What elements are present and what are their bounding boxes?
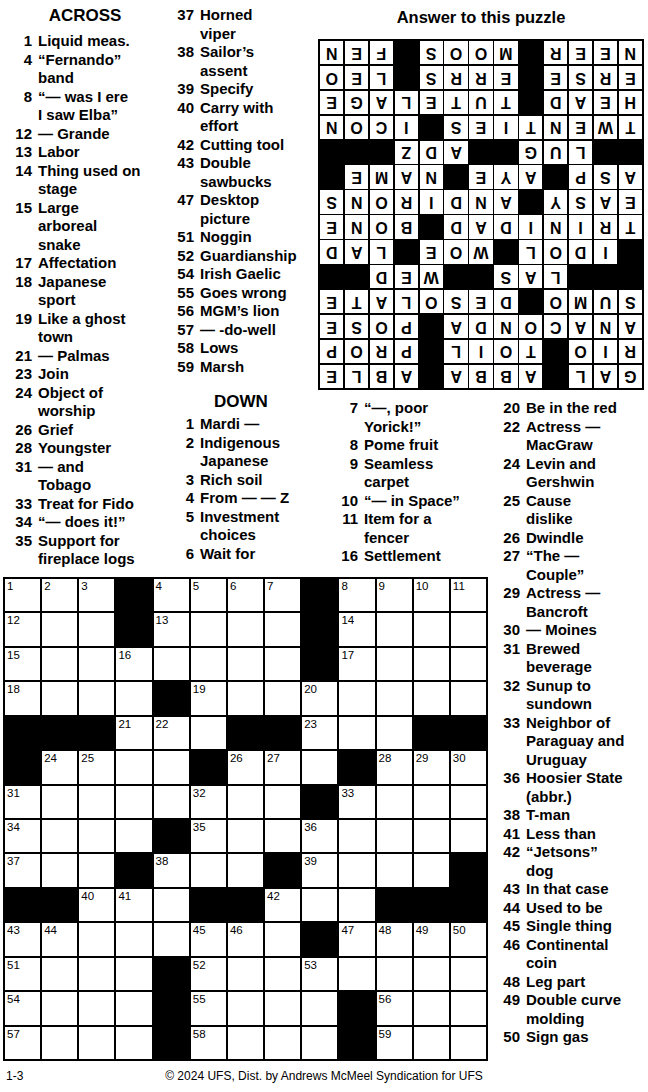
answer-letter: G <box>350 94 362 112</box>
answer-cell-r2c10: P <box>395 340 418 363</box>
grid-cell-r4c9[interactable]: 20 <box>302 682 337 714</box>
grid-cell-r11c5[interactable] <box>154 923 189 955</box>
grid-cell-r10c8[interactable]: 42 <box>265 889 300 921</box>
grid-cell-r6c3[interactable]: 25 <box>79 751 114 783</box>
grid-cell-r3c1[interactable]: 15 <box>5 648 40 680</box>
grid-cell-r2c11[interactable] <box>377 613 412 645</box>
grid-cell-r12c11[interactable] <box>377 958 412 990</box>
grid-cell-r14c8[interactable] <box>265 1027 300 1059</box>
grid-cell-r9c11[interactable] <box>377 854 412 886</box>
across-clue-55: 55Goes wrong <box>168 284 314 303</box>
answer-letter: A <box>625 168 637 186</box>
down-clue-10: 10“— in Space” <box>332 492 478 511</box>
grid-cell-r4c8[interactable] <box>265 682 300 714</box>
grid-cell-r12c9[interactable]: 53 <box>302 958 337 990</box>
grid-cell-r3c3[interactable] <box>79 648 114 680</box>
clue-text: Double curve molding <box>526 991 644 1028</box>
grid-cell-r9c10[interactable] <box>339 854 374 886</box>
grid-cell-r11c3[interactable] <box>79 923 114 955</box>
answer-letter: F <box>377 44 387 62</box>
block-r6c1 <box>5 751 40 783</box>
mixed-clue-column: 37Horned viper38Sailor’s assent39Specify… <box>168 6 314 563</box>
answer-cell-r13c9: S <box>420 66 443 89</box>
clue-number-label: 32 <box>193 786 206 800</box>
grid-cell-r10c9[interactable] <box>302 889 337 921</box>
clue-text: Join <box>38 365 164 384</box>
clue-text: — Moines <box>526 621 644 640</box>
answer-cell-r11c13: N <box>320 116 343 139</box>
answer-letter: I <box>479 342 483 360</box>
answer-letter: D <box>575 243 587 261</box>
grid-cell-r10c3[interactable]: 40 <box>79 889 114 921</box>
answer-cell-r8c12: N <box>345 190 368 213</box>
answer-letter: S <box>426 69 437 87</box>
clue-text: Settlement <box>364 547 478 566</box>
answer-cell-r2c7: I <box>469 340 492 363</box>
grid-cell-r9c6[interactable] <box>191 854 226 886</box>
grid-cell-r5c9[interactable]: 23 <box>302 717 337 749</box>
grid-cell-r14c4[interactable] <box>116 1027 151 1059</box>
clue-text: Seamless carpet <box>364 455 478 492</box>
grid-cell-r3c8[interactable] <box>265 648 300 680</box>
grid-cell-r3c6[interactable] <box>191 648 226 680</box>
grid-cell-r7c10[interactable]: 33 <box>339 786 374 818</box>
answer-letter: L <box>401 94 411 112</box>
grid-cell-r9c12[interactable] <box>414 854 449 886</box>
answer-letter: E <box>501 69 512 87</box>
grid-cell-r13c2[interactable] <box>42 992 77 1024</box>
across-clue-59: 59Marsh <box>168 358 314 377</box>
grid-cell-r6c4[interactable] <box>116 751 151 783</box>
grid-cell-r4c2[interactable] <box>42 682 77 714</box>
answer-cell-r12c6: T <box>494 91 517 114</box>
clue-number-label: 13 <box>156 613 169 627</box>
answer-letter: R <box>550 44 562 62</box>
block-r10c1 <box>619 141 642 164</box>
answer-cell-r9c10: A <box>395 165 418 188</box>
clue-number-label: 30 <box>453 751 466 765</box>
grid-cell-r12c3[interactable] <box>79 958 114 990</box>
grid-cell-r11c12[interactable]: 49 <box>414 923 449 955</box>
block-r2c9 <box>302 613 337 645</box>
block-r6c6 <box>191 751 226 783</box>
grid-cell-r2c5[interactable]: 13 <box>154 613 189 645</box>
block-r11c9 <box>420 116 443 139</box>
grid-cell-r10c10[interactable] <box>339 889 374 921</box>
answer-cell-r14c13: N <box>320 41 343 64</box>
answer-cell-r7c5: I <box>519 215 542 238</box>
clue-number: 33 <box>494 714 526 733</box>
grid-cell-r8c13[interactable] <box>451 820 486 852</box>
answer-letter: L <box>352 367 362 385</box>
grid-cell-r2c10[interactable]: 14 <box>339 613 374 645</box>
grid-cell-r1c6[interactable]: 5 <box>191 579 226 611</box>
answer-letter: E <box>326 94 337 112</box>
grid-cell-r13c7[interactable] <box>228 992 263 1024</box>
down-clue-36: 36Hoosier State (abbr.) <box>494 769 644 806</box>
grid-cell-r12c6[interactable]: 52 <box>191 958 226 990</box>
grid-cell-r4c11[interactable] <box>377 682 412 714</box>
clue-text: — -do-well <box>200 321 314 340</box>
clue-text: “— in Space” <box>364 492 478 511</box>
answer-letter: S <box>575 69 586 87</box>
grid-cell-r13c4[interactable] <box>116 992 151 1024</box>
grid-cell-r10c4[interactable]: 41 <box>116 889 151 921</box>
grid-cell-r14c9[interactable] <box>302 1027 337 1059</box>
answer-letter: G <box>624 367 636 385</box>
answer-letter: N <box>550 118 562 136</box>
clue-number: 42 <box>494 843 526 862</box>
grid-cell-r1c11[interactable]: 9 <box>377 579 412 611</box>
grid-cell-r9c1[interactable]: 37 <box>5 854 40 886</box>
clue-text: T-man <box>526 806 644 825</box>
grid-cell-r14c7[interactable] <box>228 1027 263 1059</box>
block-r13c5 <box>154 992 189 1024</box>
grid-cell-r4c3[interactable] <box>79 682 114 714</box>
grid-cell-r5c6[interactable] <box>191 717 226 749</box>
answer-letter: D <box>376 268 388 286</box>
across-clue-17: 17Affectation <box>6 254 164 273</box>
clue-number: 24 <box>6 384 38 403</box>
answer-cell-r6c8: O <box>444 240 467 263</box>
grid-cell-r11c13[interactable]: 50 <box>451 923 486 955</box>
down-clue-list-3: 20Be in the red22Actress — MacGraw24Levi… <box>494 399 644 1047</box>
grid-cell-r12c1[interactable]: 51 <box>5 958 40 990</box>
grid-cell-r8c2[interactable] <box>42 820 77 852</box>
grid-cell-r7c4[interactable] <box>116 786 151 818</box>
answer-letter: R <box>401 193 413 211</box>
grid-cell-r5c11[interactable] <box>377 717 412 749</box>
grid-cell-r13c13[interactable] <box>451 992 486 1024</box>
answer-letter: W <box>598 118 613 136</box>
grid-cell-r7c1[interactable]: 31 <box>5 786 40 818</box>
block-r13c10 <box>339 992 374 1024</box>
answer-letter: W <box>424 268 439 286</box>
answer-letter: E <box>575 44 586 62</box>
block-r5c12 <box>414 717 449 749</box>
answer-cell-r9c12: E <box>345 165 368 188</box>
answer-cell-r13c2: R <box>594 66 617 89</box>
clue-number-label: 8 <box>341 579 347 593</box>
answer-cell-r1c8: A <box>444 365 467 388</box>
clue-number-label: 10 <box>416 579 429 593</box>
grid-cell-r12c2[interactable] <box>42 958 77 990</box>
grid-cell-r7c5[interactable] <box>154 786 189 818</box>
clue-number: 20 <box>494 399 526 418</box>
grid-cell-r1c12[interactable]: 10 <box>414 579 449 611</box>
block-r5c13 <box>320 265 343 288</box>
answer-letter: S <box>451 118 462 136</box>
answer-letter: Z <box>401 143 411 161</box>
answer-cell-r11c12: O <box>345 116 368 139</box>
grid-cell-r7c8[interactable] <box>265 786 300 818</box>
grid-cell-r2c2[interactable] <box>42 613 77 645</box>
grid-cell-r13c12[interactable] <box>414 992 449 1024</box>
grid-cell-r2c3[interactable] <box>79 613 114 645</box>
grid-cell-r5c10[interactable] <box>339 717 374 749</box>
grid-cell-r9c7[interactable] <box>228 854 263 886</box>
answer-letter: I <box>578 218 582 236</box>
answer-letter: I <box>603 243 607 261</box>
grid-cell-r4c13[interactable] <box>451 682 486 714</box>
down-clue-44: 44Used to be <box>494 899 644 918</box>
grid-cell-r7c3[interactable] <box>79 786 114 818</box>
grid-cell-r6c5[interactable] <box>154 751 189 783</box>
clue-number: 57 <box>168 321 200 340</box>
clue-number-label: 2 <box>44 579 50 593</box>
grid-cell-r1c5[interactable]: 4 <box>154 579 189 611</box>
down-clue-50: 50Sign gas <box>494 1028 644 1047</box>
answer-cell-r7c10: B <box>395 215 418 238</box>
clue-text: Brewed beverage <box>526 640 644 677</box>
grid-cell-r2c7[interactable] <box>228 613 263 645</box>
answer-cell-r11c1: T <box>619 116 642 139</box>
answer-cell-r6c2: I <box>594 240 617 263</box>
grid-cell-r8c6[interactable]: 35 <box>191 820 226 852</box>
clue-text: Neighbor of Paraguay and Uruguay <box>526 714 644 770</box>
answer-letter: E <box>600 94 611 112</box>
grid-cell-r1c7[interactable]: 6 <box>228 579 263 611</box>
grid-cell-r7c11[interactable] <box>377 786 412 818</box>
grid-cell-r14c12[interactable] <box>414 1027 449 1059</box>
grid-cell-r9c5[interactable]: 38 <box>154 854 189 886</box>
grid-cell-r9c9[interactable]: 39 <box>302 854 337 886</box>
answer-cell-r10c5: G <box>519 141 542 164</box>
grid-cell-r1c1[interactable]: 1 <box>5 579 40 611</box>
clue-number: 45 <box>494 917 526 936</box>
crossword-page: ACROSS 1Liquid meas.4“Fernando” band8“— … <box>0 0 648 1092</box>
grid-cell-r3c12[interactable] <box>414 648 449 680</box>
grid-cell-r8c4[interactable] <box>116 820 151 852</box>
clue-number-label: 15 <box>7 648 20 662</box>
grid-cell-r14c3[interactable] <box>79 1027 114 1059</box>
grid-cell-r10c5[interactable] <box>154 889 189 921</box>
grid-cell-r4c12[interactable] <box>414 682 449 714</box>
grid-cell-r3c10[interactable]: 17 <box>339 648 374 680</box>
grid-cell-r14c1[interactable]: 57 <box>5 1027 40 1059</box>
grid-cell-r12c7[interactable] <box>228 958 263 990</box>
grid-cell-r11c10[interactable]: 47 <box>339 923 374 955</box>
grid-cell-r4c6[interactable]: 19 <box>191 682 226 714</box>
grid-cell-r2c8[interactable] <box>265 613 300 645</box>
grid-cell-r6c12[interactable]: 29 <box>414 751 449 783</box>
grid-cell-r11c7[interactable]: 46 <box>228 923 263 955</box>
answer-cell-r5c10: E <box>395 265 418 288</box>
block-r3c9 <box>302 648 337 680</box>
grid-cell-r2c6[interactable] <box>191 613 226 645</box>
grid-cell-r9c3[interactable] <box>79 854 114 886</box>
grid-cell-r13c6[interactable]: 55 <box>191 992 226 1024</box>
grid-cell-r2c1[interactable]: 12 <box>5 613 40 645</box>
grid-cell-r6c2[interactable]: 24 <box>42 751 77 783</box>
answer-letter: N <box>625 44 637 62</box>
answer-cell-r12c10: L <box>395 91 418 114</box>
down-clue-2: 2Indigenous Japanese <box>168 434 314 471</box>
grid-cell-r12c4[interactable] <box>116 958 151 990</box>
answer-letter: A <box>600 193 612 211</box>
answer-cell-r10c8: A <box>444 141 467 164</box>
grid-cell-r1c10[interactable]: 8 <box>339 579 374 611</box>
grid-cell-r11c8[interactable] <box>265 923 300 955</box>
grid-cell-r5c4[interactable]: 21 <box>116 717 151 749</box>
clue-number-label: 39 <box>304 854 317 868</box>
block-r10c13 <box>320 141 343 164</box>
answer-letter: B <box>376 367 388 385</box>
grid-cell-r8c12[interactable] <box>414 820 449 852</box>
clue-text: Grief <box>38 421 164 440</box>
grid-cell-r6c11[interactable]: 28 <box>377 751 412 783</box>
answer-cell-r8c11: O <box>370 190 393 213</box>
grid-cell-r4c1[interactable]: 18 <box>5 682 40 714</box>
answer-cell-r4c1: S <box>619 290 642 313</box>
answer-letter: Y <box>550 193 561 211</box>
clue-number: 42 <box>168 136 200 155</box>
grid-cell-r9c2[interactable] <box>42 854 77 886</box>
answer-cell-r12c13: E <box>320 91 343 114</box>
clue-number-label: 1 <box>7 579 13 593</box>
grid-cell-r6c9[interactable] <box>302 751 337 783</box>
clue-number: 25 <box>494 492 526 511</box>
clue-text: “Jetsons” dog <box>526 843 644 880</box>
answer-letter: A <box>351 243 363 261</box>
clue-number: 51 <box>168 228 200 247</box>
answer-letter: U <box>550 143 562 161</box>
answer-cell-r8c8: D <box>444 190 467 213</box>
answer-letter: N <box>600 318 612 336</box>
grid-cell-r3c13[interactable] <box>451 648 486 680</box>
block-r14c5 <box>154 1027 189 1059</box>
grid-cell-r1c3[interactable]: 3 <box>79 579 114 611</box>
answer-cell-r3c1: A <box>619 315 642 338</box>
answer-cell-r12c4: D <box>544 91 567 114</box>
block-r5c3 <box>569 265 592 288</box>
grid-cell-r13c3[interactable] <box>79 992 114 1024</box>
answer-letter: O <box>574 342 586 360</box>
grid-cell-r11c1[interactable]: 43 <box>5 923 40 955</box>
grid-cell-r4c4[interactable] <box>116 682 151 714</box>
grid-cell-r2c13[interactable] <box>451 613 486 645</box>
clue-text: Actress — MacGraw <box>526 418 644 455</box>
grid-cell-r11c2[interactable]: 44 <box>42 923 77 955</box>
answer-letter: D <box>500 218 512 236</box>
answer-cell-r7c2: R <box>594 215 617 238</box>
answer-letter: L <box>451 342 461 360</box>
block-r8c5 <box>154 820 189 852</box>
grid-cell-r2c12[interactable] <box>414 613 449 645</box>
grid-cell-r3c11[interactable] <box>377 648 412 680</box>
grid-cell-r4c7[interactable] <box>228 682 263 714</box>
answer-letter: E <box>600 44 611 62</box>
down-clue-1: 1Mardi — <box>168 415 314 434</box>
grid-cell-r3c7[interactable] <box>228 648 263 680</box>
grid-cell-r8c8[interactable] <box>265 820 300 852</box>
down-clue-5: 5Investment choices <box>168 508 314 545</box>
grid-cell-r13c9[interactable] <box>302 992 337 1024</box>
down-clue-41: 41Less than <box>494 825 644 844</box>
answer-cell-r13c11: L <box>370 66 393 89</box>
grid-cell-r6c7[interactable]: 26 <box>228 751 263 783</box>
answer-cell-r10c3: L <box>569 141 592 164</box>
grid-cell-r8c11[interactable] <box>377 820 412 852</box>
grid-cell-r7c13[interactable] <box>451 786 486 818</box>
grid-cell-r14c2[interactable] <box>42 1027 77 1059</box>
grid-cell-r8c7[interactable] <box>228 820 263 852</box>
answer-letter: R <box>625 342 637 360</box>
grid-cell-r11c11[interactable]: 48 <box>377 923 412 955</box>
block-r10c2 <box>42 889 77 921</box>
answer-letter: N <box>351 193 363 211</box>
clue-text: Support for fireplace logs <box>38 532 164 569</box>
answer-letter: O <box>549 293 561 311</box>
grid-cell-r12c8[interactable] <box>265 958 300 990</box>
grid-cell-r14c11[interactable]: 59 <box>377 1027 412 1059</box>
grid-cell-r7c6[interactable]: 32 <box>191 786 226 818</box>
clue-number-label: 28 <box>379 751 392 765</box>
grid-cell-r8c3[interactable] <box>79 820 114 852</box>
grid-cell-r6c13[interactable]: 30 <box>451 751 486 783</box>
grid-cell-r14c13[interactable] <box>451 1027 486 1059</box>
grid-cell-r13c11[interactable]: 56 <box>377 992 412 1024</box>
grid-cell-r13c1[interactable]: 54 <box>5 992 40 1024</box>
answer-letter: E <box>426 94 437 112</box>
clue-text: Wait for <box>200 545 314 564</box>
across-clue-43: 43Double sawbucks <box>168 154 314 191</box>
block-r12c5 <box>154 958 189 990</box>
grid-cell-r7c7[interactable] <box>228 786 263 818</box>
grid-cell-r4c10[interactable] <box>339 682 374 714</box>
grid-cell-r1c8[interactable]: 7 <box>265 579 300 611</box>
across-clue-list-1: 1Liquid meas.4“Fernando” band8“— was I e… <box>6 32 164 569</box>
answer-cell-r1c5: A <box>519 365 542 388</box>
grid-cell-r5c5[interactable]: 22 <box>154 717 189 749</box>
grid-cell-r12c13[interactable] <box>451 958 486 990</box>
grid-cell-r3c2[interactable] <box>42 648 77 680</box>
grid-cell-r13c8[interactable] <box>265 992 300 1024</box>
grid-cell-r1c2[interactable]: 2 <box>42 579 77 611</box>
answer-letter: E <box>550 69 561 87</box>
answer-cell-r3c10: P <box>395 315 418 338</box>
answer-cell-r8c3: S <box>569 190 592 213</box>
grid-cell-r7c2[interactable] <box>42 786 77 818</box>
down-clue-24: 24Levin and Gershwin <box>494 455 644 492</box>
grid-cell-r11c6[interactable]: 45 <box>191 923 226 955</box>
grid-cell-r1c13[interactable]: 11 <box>451 579 486 611</box>
grid-cell-r12c12[interactable] <box>414 958 449 990</box>
grid-cell-r8c1[interactable]: 34 <box>5 820 40 852</box>
grid-cell-r14c6[interactable]: 58 <box>191 1027 226 1059</box>
block-r8c5 <box>519 190 542 213</box>
grid-cell-r3c4[interactable]: 16 <box>116 648 151 680</box>
across-clue-34: 34“— does it!” <box>6 513 164 532</box>
clue-text: Rich soil <box>200 471 314 490</box>
grid-cell-r12c10[interactable] <box>339 958 374 990</box>
answer-letter: U <box>475 94 487 112</box>
block-r10c12 <box>414 889 449 921</box>
grid-cell-r8c10[interactable] <box>339 820 374 852</box>
grid-cell-r11c4[interactable] <box>116 923 151 955</box>
clue-number: 4 <box>6 51 38 70</box>
grid-cell-r7c12[interactable] <box>414 786 449 818</box>
grid-cell-r3c5[interactable] <box>154 648 189 680</box>
grid-cell-r8c9[interactable]: 36 <box>302 820 337 852</box>
answer-cell-r9c7: E <box>469 165 492 188</box>
grid-cell-r6c8[interactable]: 27 <box>265 751 300 783</box>
down-clue-11: 11Item for a fencer <box>332 510 478 547</box>
answer-cell-r1c12: L <box>345 365 368 388</box>
answer-cell-r13c12: E <box>345 66 368 89</box>
clue-text: Single thing <box>526 917 644 936</box>
answer-letter: A <box>525 168 537 186</box>
